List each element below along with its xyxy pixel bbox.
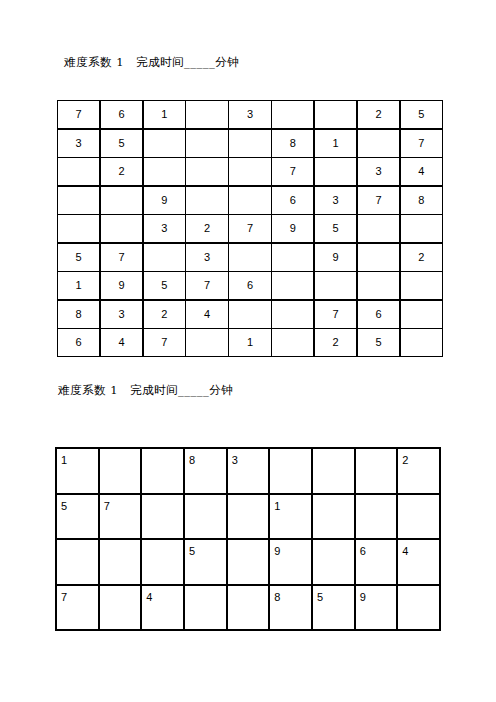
grid2-cell-r1c2 [100,449,141,493]
cell-digit: 2 [204,223,210,234]
cell-digit: 2 [375,109,381,120]
cell-digit: 5 [375,337,381,348]
grid1-cell-r5c8 [358,215,399,242]
cell-digit: 2 [161,309,167,320]
cell-digit: 9 [161,195,167,206]
grid2-cell-r4c1: 7 [57,586,98,630]
grid2-cell-r1c1: 1 [57,449,98,493]
cell-digit: 4 [418,166,424,177]
cell-digit: 4 [402,545,408,557]
cell-digit: 9 [360,591,366,603]
cell-digit: 7 [161,337,167,348]
grid1-cell-r7c1: 1 [58,272,99,299]
grid1-cell-r8c7: 7 [315,301,356,328]
grid1-cell-r6c7: 9 [315,244,356,271]
sudoku-grid-1: 7613253581727349637832795573921957683247… [57,100,443,357]
grid1-cell-r4c8: 7 [358,187,399,214]
grid1-cell-r1c1: 7 [58,101,99,128]
grid1-cell-r2c5 [229,130,270,157]
grid2-cell-r2c7 [313,495,354,539]
grid2-cell-r4c4 [185,586,226,630]
grid1-cell-r8c3: 2 [144,301,185,328]
grid2-cell-r4c3: 4 [142,586,183,630]
grid1-cell-r5c3: 3 [144,215,185,242]
grid1-cell-r5c7: 5 [315,215,356,242]
grid1-cell-r3c6: 7 [272,158,313,185]
cell-digit: 8 [76,309,82,320]
grid2-cell-r2c1: 5 [57,495,98,539]
grid1-cell-r3c9: 4 [401,158,442,185]
grid1-cell-r1c7 [315,101,356,128]
grid1-cell-r8c8: 6 [358,301,399,328]
grid2-cell-r2c6: 1 [270,495,311,539]
grid1-cell-r4c4 [186,187,227,214]
cell-digit: 6 [247,280,253,291]
cell-digit: 9 [274,545,280,557]
grid1-cell-r9c6 [272,329,313,356]
grid1-cell-r3c3 [144,158,185,185]
grid1-cell-r2c1: 3 [58,130,99,157]
grid2-cell-r3c7 [313,540,354,584]
grid2-cell-r1c6 [270,449,311,493]
grid2-cell-r1c4: 8 [185,449,226,493]
grid1-cell-r1c9: 5 [401,101,442,128]
cell-digit: 2 [118,166,124,177]
grid1-cell-r6c3 [144,244,185,271]
grid1-cell-r4c5 [229,187,270,214]
grid2-cell-r3c9: 4 [398,540,439,584]
cell-digit: 7 [333,309,339,320]
grid2-cell-r1c5: 3 [228,449,269,493]
grid1-cell-r9c1: 6 [58,329,99,356]
grid1-cell-r5c1 [58,215,99,242]
grid2-cell-r4c6: 8 [270,586,311,630]
grid1-cell-r9c7: 2 [315,329,356,356]
grid1-cell-r8c2: 3 [101,301,142,328]
grid2-cell-r4c2 [100,586,141,630]
document-page: 难度系数 1 完成时间_____分钟 761325358172734963783… [0,0,496,702]
grid1-cell-r6c9: 2 [401,244,442,271]
grid2-cell-r2c4 [185,495,226,539]
cell-digit: 5 [76,252,82,263]
grid1-cell-r9c8: 5 [358,329,399,356]
grid1-cell-r4c3: 9 [144,187,185,214]
grid1-cell-r3c5 [229,158,270,185]
grid1-cell-r2c7: 1 [315,130,356,157]
cell-digit: 8 [274,591,280,603]
cell-digit: 4 [204,309,210,320]
grid1-cell-r6c1: 5 [58,244,99,271]
grid1-cell-r2c6: 8 [272,130,313,157]
sudoku-grid-2: 1832571596474859 [55,447,441,631]
cell-digit: 2 [402,454,408,466]
cell-digit: 8 [290,138,296,149]
grid1-cell-r9c2: 4 [101,329,142,356]
cell-digit: 6 [375,309,381,320]
grid1-cell-r6c2: 7 [101,244,142,271]
cell-digit: 8 [418,195,424,206]
grid2-cell-r4c9 [398,586,439,630]
grid2-cell-r2c3 [142,495,183,539]
cell-digit: 3 [333,195,339,206]
grid1-cell-r3c2: 2 [101,158,142,185]
puzzle-1-header: 难度系数 1 完成时间_____分钟 [64,56,239,69]
grid1-cell-r4c1 [58,187,99,214]
grid2-cell-r3c1 [57,540,98,584]
grid2-cell-r2c8 [356,495,397,539]
grid2-cell-r1c8 [356,449,397,493]
cell-digit: 1 [333,138,339,149]
cell-digit: 7 [104,500,110,512]
cell-digit: 9 [333,252,339,263]
cell-digit: 7 [418,138,424,149]
cell-digit: 1 [76,280,82,291]
grid1-cell-r4c2 [101,187,142,214]
grid1-cell-r8c6 [272,301,313,328]
cell-digit: 3 [247,109,253,120]
grid2-cell-r4c8: 9 [356,586,397,630]
grid2-cell-r3c6: 9 [270,540,311,584]
grid1-cell-r3c8: 3 [358,158,399,185]
grid1-cell-r6c8 [358,244,399,271]
grid1-cell-r5c9 [401,215,442,242]
cell-digit: 8 [189,454,195,466]
cell-digit: 5 [333,223,339,234]
grid1-cell-r7c4: 7 [186,272,227,299]
grid1-cell-r2c3 [144,130,185,157]
cell-digit: 9 [290,223,296,234]
grid2-cell-r3c2 [100,540,141,584]
cell-digit: 2 [418,252,424,263]
cell-digit: 3 [204,252,210,263]
grid2-cell-r3c5 [228,540,269,584]
cell-digit: 3 [118,309,124,320]
cell-digit: 3 [76,138,82,149]
grid1-cell-r9c3: 7 [144,329,185,356]
grid1-cell-r6c5 [229,244,270,271]
cell-digit: 5 [118,138,124,149]
cell-digit: 5 [418,109,424,120]
cell-digit: 7 [375,195,381,206]
grid1-cell-r1c5: 3 [229,101,270,128]
cell-digit: 5 [61,500,67,512]
grid2-cell-r4c5 [228,586,269,630]
grid2-cell-r2c5 [228,495,269,539]
cell-digit: 2 [333,337,339,348]
grid1-cell-r5c5: 7 [229,215,270,242]
grid2-cell-r1c3 [142,449,183,493]
grid1-cell-r9c4 [186,329,227,356]
grid1-cell-r8c5 [229,301,270,328]
grid1-cell-r6c4: 3 [186,244,227,271]
cell-digit: 3 [161,223,167,234]
cell-digit: 3 [375,166,381,177]
cell-digit: 4 [118,337,124,348]
grid1-cell-r4c9: 8 [401,187,442,214]
cell-digit: 5 [189,545,195,557]
cell-digit: 9 [118,280,124,291]
grid2-cell-r3c3 [142,540,183,584]
grid1-cell-r7c7 [315,272,356,299]
grid1-cell-r7c8 [358,272,399,299]
grid1-cell-r4c7: 3 [315,187,356,214]
grid2-cell-r1c9: 2 [398,449,439,493]
grid1-cell-r2c8 [358,130,399,157]
grid2-cell-r3c4: 5 [185,540,226,584]
grid1-cell-r1c8: 2 [358,101,399,128]
cell-digit: 1 [61,454,67,466]
puzzle-2-header: 难度系数 1 完成时间_____分钟 [58,384,233,397]
grid2-cell-r2c2: 7 [100,495,141,539]
cell-digit: 3 [232,454,238,466]
cell-digit: 6 [360,545,366,557]
grid1-cell-r7c6 [272,272,313,299]
grid1-cell-r7c5: 6 [229,272,270,299]
cell-digit: 7 [76,109,82,120]
grid1-cell-r1c6 [272,101,313,128]
cell-digit: 1 [247,337,253,348]
grid1-cell-r7c2: 9 [101,272,142,299]
cell-digit: 1 [274,500,280,512]
grid2-cell-r4c7: 5 [313,586,354,630]
grid1-cell-r9c5: 1 [229,329,270,356]
cell-digit: 6 [290,195,296,206]
grid1-cell-r4c6: 6 [272,187,313,214]
grid1-cell-r8c1: 8 [58,301,99,328]
grid2-cell-r1c7 [313,449,354,493]
grid1-cell-r3c7 [315,158,356,185]
grid2-cell-r3c8: 6 [356,540,397,584]
cell-digit: 7 [290,166,296,177]
cell-digit: 5 [161,280,167,291]
grid1-cell-r7c3: 5 [144,272,185,299]
grid1-cell-r1c3: 1 [144,101,185,128]
grid1-cell-r5c6: 9 [272,215,313,242]
grid1-cell-r2c2: 5 [101,130,142,157]
grid1-cell-r1c2: 6 [101,101,142,128]
grid1-cell-r8c9 [401,301,442,328]
cell-digit: 7 [61,591,67,603]
cell-digit: 7 [204,280,210,291]
grid1-cell-r7c9 [401,272,442,299]
grid1-cell-r9c9 [401,329,442,356]
cell-digit: 7 [247,223,253,234]
grid1-cell-r5c2 [101,215,142,242]
cell-digit: 6 [76,337,82,348]
cell-digit: 5 [317,591,323,603]
cell-digit: 1 [161,109,167,120]
grid1-cell-r5c4: 2 [186,215,227,242]
grid1-cell-r3c4 [186,158,227,185]
grid1-cell-r8c4: 4 [186,301,227,328]
grid1-cell-r3c1 [58,158,99,185]
grid1-cell-r2c9: 7 [401,130,442,157]
cell-digit: 6 [118,109,124,120]
grid1-cell-r2c4 [186,130,227,157]
grid1-cell-r6c6 [272,244,313,271]
grid1-cell-r1c4 [186,101,227,128]
cell-digit: 4 [146,591,152,603]
cell-digit: 7 [118,252,124,263]
grid2-cell-r2c9 [398,495,439,539]
